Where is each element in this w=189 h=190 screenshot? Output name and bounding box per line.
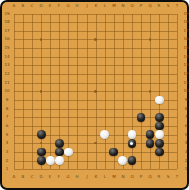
coord-label-left: 18 (2, 19, 10, 24)
coord-label-left: 1 (2, 166, 10, 171)
grid-line-vertical (105, 14, 106, 170)
coord-label-left: 14 (2, 54, 10, 59)
coord-label-right: 11 (182, 80, 189, 85)
coord-label-top: E (46, 3, 54, 8)
star-point (94, 90, 96, 92)
grid-line-horizontal (14, 109, 177, 110)
coord-label-left: 15 (2, 45, 10, 50)
coord-label-right: 19 (182, 11, 189, 16)
stone-white (46, 156, 55, 165)
coord-label-top: N (119, 3, 127, 8)
stone-black (37, 148, 46, 157)
coord-label-bottom: B (19, 174, 27, 179)
coord-label-bottom: D (37, 174, 45, 179)
coord-label-right: 17 (182, 28, 189, 33)
coord-label-right: 3 (182, 149, 189, 154)
stone-black (155, 139, 164, 148)
coord-label-right: 18 (182, 19, 189, 24)
coord-label-top: P (137, 3, 145, 8)
coord-label-right: 4 (182, 141, 189, 146)
go-board[interactable]: AA1919BB1818CC1717DD1616EE1515FF1414GG13… (2, 2, 187, 188)
coord-label-right: 14 (182, 54, 189, 59)
grid-line-horizontal (14, 169, 177, 170)
stone-black (155, 148, 164, 157)
stone-white (118, 156, 127, 165)
coord-label-bottom: F (55, 174, 63, 179)
grid-line-vertical (177, 14, 178, 170)
coord-label-bottom: G (64, 174, 72, 179)
star-point (94, 38, 96, 40)
coord-label-top: B (19, 3, 27, 8)
stone-white (55, 156, 64, 165)
stone-black (37, 130, 46, 139)
coord-label-left: 16 (2, 37, 10, 42)
coord-label-left: 17 (2, 28, 10, 33)
coord-label-top: G (64, 3, 72, 8)
coord-label-top: D (37, 3, 45, 8)
coord-label-bottom: T (173, 174, 181, 179)
stone-black (137, 113, 146, 122)
coord-label-left: 10 (2, 89, 10, 94)
coord-label-left: 13 (2, 63, 10, 68)
coord-label-bottom: H (73, 174, 81, 179)
coord-label-left: 5 (2, 132, 10, 137)
star-point (149, 38, 151, 40)
coord-label-left: 19 (2, 11, 10, 16)
coord-label-top: R (155, 3, 163, 8)
coord-label-bottom: K (92, 174, 100, 179)
stone-white (155, 130, 164, 139)
coord-label-top: F (55, 3, 63, 8)
stone-black (155, 122, 164, 131)
coord-label-left: 4 (2, 141, 10, 146)
stone-black (128, 156, 137, 165)
grid-line-horizontal (14, 100, 177, 101)
stone-black (55, 148, 64, 157)
coord-label-right: 2 (182, 158, 189, 163)
coord-label-right: 5 (182, 132, 189, 137)
star-point (149, 90, 151, 92)
coord-label-right: 8 (182, 106, 189, 111)
coord-label-right: 15 (182, 45, 189, 50)
coord-label-bottom: J (82, 174, 90, 179)
stone-black (109, 148, 118, 157)
stone-black (146, 130, 155, 139)
coord-label-bottom: O (128, 174, 136, 179)
coord-label-right: 9 (182, 97, 189, 102)
coord-label-left: 12 (2, 71, 10, 76)
stone-white (100, 130, 109, 139)
coord-label-top: H (73, 3, 81, 8)
coord-label-top: M (110, 3, 118, 8)
coord-label-bottom: L (101, 174, 109, 179)
coord-label-right: 1 (182, 166, 189, 171)
grid-line-vertical (114, 14, 115, 170)
stone-white (155, 96, 164, 105)
grid-line-vertical (123, 14, 124, 170)
coord-label-bottom: M (110, 174, 118, 179)
coord-label-bottom: Q (146, 174, 154, 179)
stone-black (37, 156, 46, 165)
stone-black (146, 139, 155, 148)
coord-label-bottom: A (10, 174, 18, 179)
app-window: AA1919BB1818CC1717DD1616EE1515FF1414GG13… (0, 0, 189, 190)
coord-label-right: 10 (182, 89, 189, 94)
coord-label-left: 8 (2, 106, 10, 111)
coord-label-right: 12 (182, 71, 189, 76)
coord-label-right: 7 (182, 115, 189, 120)
coord-label-right: 16 (182, 37, 189, 42)
stone-black (55, 139, 64, 148)
stone-white (128, 130, 137, 139)
grid-line-horizontal (14, 117, 177, 118)
coord-label-bottom: N (119, 174, 127, 179)
grid-line-vertical (141, 14, 142, 170)
coord-label-left: 9 (2, 97, 10, 102)
coord-label-top: C (28, 3, 36, 8)
coord-label-left: 3 (2, 149, 10, 154)
coord-label-top: A (10, 3, 18, 8)
last-move-stone-anchor (128, 139, 137, 148)
coord-label-right: 6 (182, 123, 189, 128)
coord-label-right: 13 (182, 63, 189, 68)
coord-label-bottom: P (137, 174, 145, 179)
coord-label-top: O (128, 3, 136, 8)
coord-label-left: 11 (2, 80, 10, 85)
stone-black (155, 113, 164, 122)
last-move-marker-icon (130, 142, 133, 145)
stone-white (64, 148, 73, 157)
coord-label-top: L (101, 3, 109, 8)
coord-label-left: 7 (2, 115, 10, 120)
coord-label-left: 6 (2, 123, 10, 128)
coord-label-top: J (82, 3, 90, 8)
grid-line-horizontal (14, 126, 177, 127)
coord-label-top: K (92, 3, 100, 8)
coord-label-bottom: R (155, 174, 163, 179)
coord-label-top: Q (146, 3, 154, 8)
coord-label-bottom: E (46, 174, 54, 179)
coord-label-top: T (173, 3, 181, 8)
coord-label-left: 2 (2, 158, 10, 163)
coord-label-bottom: C (28, 174, 36, 179)
coord-label-top: S (164, 3, 172, 8)
coord-label-bottom: S (164, 174, 172, 179)
grid-line-vertical (168, 14, 169, 170)
